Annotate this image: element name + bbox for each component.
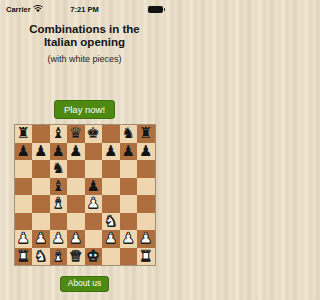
square-f6 xyxy=(102,160,120,178)
square-b5 xyxy=(32,178,50,196)
black-pawn-piece: ♟ xyxy=(137,143,155,161)
square-b3 xyxy=(32,213,50,231)
square-d1: ♛ xyxy=(67,248,85,266)
square-h4 xyxy=(137,195,155,213)
square-d8: ♛ xyxy=(67,125,85,143)
square-h7: ♟ xyxy=(137,143,155,161)
square-c3 xyxy=(50,213,68,231)
title-line-2: Italian opening xyxy=(0,36,169,49)
black-pawn-piece: ♟ xyxy=(50,143,68,161)
square-d4 xyxy=(67,195,85,213)
black-pawn-piece: ♟ xyxy=(67,143,85,161)
square-d2: ♟ xyxy=(67,230,85,248)
square-b7: ♟ xyxy=(32,143,50,161)
square-b6 xyxy=(32,160,50,178)
white-bishop-piece: ♝ xyxy=(50,248,68,266)
battery-icon xyxy=(148,6,163,13)
black-knight-piece: ♞ xyxy=(120,125,138,143)
square-d6 xyxy=(67,160,85,178)
square-a2: ♟ xyxy=(15,230,33,248)
square-c6: ♞ xyxy=(50,160,68,178)
chess-board: ♜♝♛♚♞♜♟♟♟♟♟♟♟♞♝♟♝♟♞♟♟♟♟♟♟♟♜♞♝♛♚♜ xyxy=(15,125,155,265)
square-a1: ♜ xyxy=(15,248,33,266)
page-subtitle: (with white pieces) xyxy=(0,54,169,64)
square-e1: ♚ xyxy=(85,248,103,266)
black-pawn-piece: ♟ xyxy=(15,143,33,161)
square-g5 xyxy=(120,178,138,196)
carrier-label: Carrier xyxy=(6,5,31,14)
white-knight-piece: ♞ xyxy=(32,248,50,266)
square-g4 xyxy=(120,195,138,213)
black-rook-piece: ♜ xyxy=(15,125,33,143)
square-e2 xyxy=(85,230,103,248)
square-c5: ♝ xyxy=(50,178,68,196)
square-d3 xyxy=(67,213,85,231)
square-f2: ♟ xyxy=(102,230,120,248)
square-f7: ♟ xyxy=(102,143,120,161)
square-h2: ♟ xyxy=(137,230,155,248)
wifi-icon xyxy=(33,5,43,13)
square-b4 xyxy=(32,195,50,213)
square-e5: ♟ xyxy=(85,178,103,196)
square-e4: ♟ xyxy=(85,195,103,213)
black-pawn-piece: ♟ xyxy=(120,143,138,161)
play-now-button[interactable]: Play now! xyxy=(54,100,115,119)
white-king-piece: ♚ xyxy=(85,248,103,266)
square-b2: ♟ xyxy=(32,230,50,248)
square-a7: ♟ xyxy=(15,143,33,161)
white-pawn-piece: ♟ xyxy=(120,230,138,248)
black-king-piece: ♚ xyxy=(85,125,103,143)
square-a8: ♜ xyxy=(15,125,33,143)
white-knight-piece: ♞ xyxy=(102,213,120,231)
square-f3: ♞ xyxy=(102,213,120,231)
square-a5 xyxy=(15,178,33,196)
black-pawn-piece: ♟ xyxy=(85,178,103,196)
square-f8 xyxy=(102,125,120,143)
square-g8: ♞ xyxy=(120,125,138,143)
about-us-button[interactable]: About us xyxy=(60,276,110,292)
white-rook-piece: ♜ xyxy=(137,248,155,266)
black-bishop-piece: ♝ xyxy=(50,125,68,143)
black-queen-piece: ♛ xyxy=(67,125,85,143)
square-f5 xyxy=(102,178,120,196)
white-pawn-piece: ♟ xyxy=(50,230,68,248)
white-pawn-piece: ♟ xyxy=(102,230,120,248)
status-bar: Carrier 7:21 PM xyxy=(0,0,169,18)
square-e7 xyxy=(85,143,103,161)
white-bishop-piece: ♝ xyxy=(50,195,68,213)
square-h3 xyxy=(137,213,155,231)
square-g2: ♟ xyxy=(120,230,138,248)
square-f4 xyxy=(102,195,120,213)
square-c7: ♟ xyxy=(50,143,68,161)
square-e6 xyxy=(85,160,103,178)
black-knight-piece: ♞ xyxy=(50,160,68,178)
square-a4 xyxy=(15,195,33,213)
square-d5 xyxy=(67,178,85,196)
square-g1 xyxy=(120,248,138,266)
white-pawn-piece: ♟ xyxy=(15,230,33,248)
black-rook-piece: ♜ xyxy=(137,125,155,143)
square-g3 xyxy=(120,213,138,231)
square-a6 xyxy=(15,160,33,178)
black-bishop-piece: ♝ xyxy=(50,178,68,196)
white-pawn-piece: ♟ xyxy=(85,195,103,213)
square-c2: ♟ xyxy=(50,230,68,248)
black-pawn-piece: ♟ xyxy=(32,143,50,161)
page-title: Combinations in the Italian opening xyxy=(0,23,169,49)
square-h8: ♜ xyxy=(137,125,155,143)
square-d7: ♟ xyxy=(67,143,85,161)
title-line-1: Combinations in the xyxy=(0,23,169,36)
square-e3 xyxy=(85,213,103,231)
white-pawn-piece: ♟ xyxy=(67,230,85,248)
square-h5 xyxy=(137,178,155,196)
square-c8: ♝ xyxy=(50,125,68,143)
white-pawn-piece: ♟ xyxy=(137,230,155,248)
white-pawn-piece: ♟ xyxy=(32,230,50,248)
square-f1 xyxy=(102,248,120,266)
square-e8: ♚ xyxy=(85,125,103,143)
white-rook-piece: ♜ xyxy=(15,248,33,266)
square-h6 xyxy=(137,160,155,178)
square-b8 xyxy=(32,125,50,143)
square-h1: ♜ xyxy=(137,248,155,266)
square-a3 xyxy=(15,213,33,231)
square-c1: ♝ xyxy=(50,248,68,266)
square-b1: ♞ xyxy=(32,248,50,266)
black-pawn-piece: ♟ xyxy=(102,143,120,161)
white-queen-piece: ♛ xyxy=(67,248,85,266)
square-c4: ♝ xyxy=(50,195,68,213)
square-g7: ♟ xyxy=(120,143,138,161)
square-g6 xyxy=(120,160,138,178)
